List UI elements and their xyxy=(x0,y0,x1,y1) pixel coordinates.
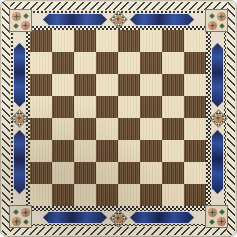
leaf-icon xyxy=(23,13,29,19)
square-b8[interactable] xyxy=(52,30,74,52)
edge-medallion-left xyxy=(8,107,30,129)
square-g1[interactable] xyxy=(162,184,184,206)
rosette-icon xyxy=(21,21,30,30)
square-a3[interactable] xyxy=(30,140,52,162)
playing-field xyxy=(30,30,206,206)
square-g6[interactable] xyxy=(162,74,184,96)
square-g3[interactable] xyxy=(162,140,184,162)
leaf-icon xyxy=(209,13,215,19)
square-b5[interactable] xyxy=(52,96,74,118)
square-a4[interactable] xyxy=(30,118,52,140)
chess-board xyxy=(0,0,237,237)
square-e5[interactable] xyxy=(118,96,140,118)
rosette-icon xyxy=(12,12,21,21)
square-f2[interactable] xyxy=(140,162,162,184)
square-g5[interactable] xyxy=(162,96,184,118)
edge-medallion-bottom xyxy=(107,207,129,229)
rosette-icon xyxy=(114,15,123,24)
square-g4[interactable] xyxy=(162,118,184,140)
square-h2[interactable] xyxy=(184,162,206,184)
leaf-icon xyxy=(219,209,225,215)
blue-lozenge-inlay xyxy=(129,211,195,224)
rosette-icon xyxy=(114,214,123,223)
square-f6[interactable] xyxy=(140,74,162,96)
square-h7[interactable] xyxy=(184,52,206,74)
square-h5[interactable] xyxy=(184,96,206,118)
square-a2[interactable] xyxy=(30,162,52,184)
blue-lozenge-inlay xyxy=(129,13,195,26)
square-d8[interactable] xyxy=(96,30,118,52)
square-f4[interactable] xyxy=(140,118,162,140)
square-e3[interactable] xyxy=(118,140,140,162)
square-f1[interactable] xyxy=(140,184,162,206)
square-e2[interactable] xyxy=(118,162,140,184)
square-f8[interactable] xyxy=(140,30,162,52)
square-e7[interactable] xyxy=(118,52,140,74)
square-f7[interactable] xyxy=(140,52,162,74)
blue-lozenge-inlay xyxy=(211,129,224,195)
square-h8[interactable] xyxy=(184,30,206,52)
square-b6[interactable] xyxy=(52,74,74,96)
square-e6[interactable] xyxy=(118,74,140,96)
square-b1[interactable] xyxy=(52,184,74,206)
rosette-icon xyxy=(214,114,223,123)
blue-lozenge-inlay xyxy=(42,13,108,26)
square-d4[interactable] xyxy=(96,118,118,140)
square-b4[interactable] xyxy=(52,118,74,140)
square-a5[interactable] xyxy=(30,96,52,118)
corner-medallion xyxy=(9,9,32,32)
square-c7[interactable] xyxy=(74,52,96,74)
rosette-icon xyxy=(208,208,217,217)
square-h1[interactable] xyxy=(184,184,206,206)
square-a7[interactable] xyxy=(30,52,52,74)
square-d3[interactable] xyxy=(96,140,118,162)
square-b2[interactable] xyxy=(52,162,74,184)
square-e4[interactable] xyxy=(118,118,140,140)
blue-lozenge-inlay xyxy=(42,211,108,224)
blue-lozenge-inlay xyxy=(211,42,224,108)
leaf-icon xyxy=(209,219,215,225)
rosette-icon xyxy=(217,12,226,21)
square-d7[interactable] xyxy=(96,52,118,74)
square-g8[interactable] xyxy=(162,30,184,52)
corner-medallion xyxy=(205,205,228,228)
square-h4[interactable] xyxy=(184,118,206,140)
square-g7[interactable] xyxy=(162,52,184,74)
rosette-icon xyxy=(208,21,217,30)
square-a6[interactable] xyxy=(30,74,52,96)
square-d1[interactable] xyxy=(96,184,118,206)
blue-lozenge-inlay xyxy=(13,129,26,195)
square-c1[interactable] xyxy=(74,184,96,206)
edge-medallion-right xyxy=(207,107,229,129)
rosette-icon xyxy=(12,217,21,226)
square-h6[interactable] xyxy=(184,74,206,96)
square-c6[interactable] xyxy=(74,74,96,96)
square-g2[interactable] xyxy=(162,162,184,184)
rosette-icon xyxy=(15,114,24,123)
leaf-icon xyxy=(219,23,225,29)
leaf-icon xyxy=(13,209,19,215)
rosette-icon xyxy=(217,217,226,226)
square-c3[interactable] xyxy=(74,140,96,162)
square-e1[interactable] xyxy=(118,184,140,206)
square-c5[interactable] xyxy=(74,96,96,118)
rosette-icon xyxy=(21,208,30,217)
blue-lozenge-inlay xyxy=(13,42,26,108)
square-d2[interactable] xyxy=(96,162,118,184)
edge-medallion-top xyxy=(107,8,129,30)
square-d5[interactable] xyxy=(96,96,118,118)
square-a8[interactable] xyxy=(30,30,52,52)
corner-medallion xyxy=(9,205,32,228)
square-c8[interactable] xyxy=(74,30,96,52)
square-b7[interactable] xyxy=(52,52,74,74)
square-h3[interactable] xyxy=(184,140,206,162)
corner-medallion xyxy=(205,9,228,32)
leaf-icon xyxy=(23,219,29,225)
square-c2[interactable] xyxy=(74,162,96,184)
square-d6[interactable] xyxy=(96,74,118,96)
square-f5[interactable] xyxy=(140,96,162,118)
square-e8[interactable] xyxy=(118,30,140,52)
square-f3[interactable] xyxy=(140,140,162,162)
leaf-icon xyxy=(13,23,19,29)
square-b3[interactable] xyxy=(52,140,74,162)
square-c4[interactable] xyxy=(74,118,96,140)
square-a1[interactable] xyxy=(30,184,52,206)
